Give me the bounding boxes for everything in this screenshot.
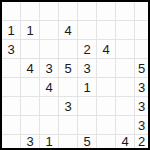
empty-cell-r5c7[interactable] (116, 78, 135, 97)
clue-cell-r4c3: 3 (40, 59, 59, 78)
empty-cell-r4c1[interactable] (2, 59, 21, 78)
empty-cell-r6c5[interactable] (78, 97, 97, 116)
empty-cell-r6c2[interactable] (21, 97, 40, 116)
clue-cell-r6c8: 3 (135, 97, 148, 116)
empty-cell-r1c3[interactable] (40, 2, 59, 21)
empty-cell-r3c2[interactable] (21, 40, 40, 59)
empty-cell-r3c4[interactable] (59, 40, 78, 59)
empty-cell-r6c6[interactable] (97, 97, 116, 116)
empty-cell-r1c8[interactable] (135, 2, 148, 21)
clue-cell-r4c5: 3 (78, 59, 97, 78)
empty-cell-r1c4[interactable] (59, 2, 78, 21)
clue-cell-r8c2: 3 (21, 135, 40, 148)
empty-cell-r4c6[interactable] (97, 59, 116, 78)
clue-cell-r2c1: 1 (2, 21, 21, 40)
clue-cell-r5c3: 4 (40, 78, 59, 97)
clue-cell-r3c6: 4 (97, 40, 116, 59)
clue-cell-r5c5: 1 (78, 78, 97, 97)
empty-cell-r1c7[interactable] (116, 2, 135, 21)
empty-cell-r2c7[interactable] (116, 21, 135, 40)
empty-cell-r1c6[interactable] (97, 2, 116, 21)
empty-cell-r6c1[interactable] (2, 97, 21, 116)
empty-cell-r7c5[interactable] (78, 116, 97, 135)
empty-cell-r7c3[interactable] (40, 116, 59, 135)
empty-cell-r6c7[interactable] (116, 97, 135, 116)
clue-cell-r2c2: 1 (21, 21, 40, 40)
empty-cell-r1c5[interactable] (78, 2, 97, 21)
empty-cell-r7c6[interactable] (97, 116, 116, 135)
clue-cell-r3c5: 2 (78, 40, 97, 59)
empty-cell-r4c7[interactable] (116, 59, 135, 78)
clue-cell-r2c4: 4 (59, 21, 78, 40)
clue-cell-r4c2: 4 (21, 59, 40, 78)
empty-cell-r7c7[interactable] (116, 116, 135, 135)
clue-cell-r6c4: 3 (59, 97, 78, 116)
empty-cell-r1c1[interactable] (2, 2, 21, 21)
empty-cell-r7c2[interactable] (21, 116, 40, 135)
empty-cell-r5c6[interactable] (97, 78, 116, 97)
clue-cell-r4c8: 5 (135, 59, 148, 78)
clue-cell-r8c5: 5 (78, 135, 97, 148)
clue-cell-r8c8: 2 (135, 135, 148, 148)
clue-cell-r5c8: 3 (135, 78, 148, 97)
empty-cell-r3c3[interactable] (40, 40, 59, 59)
empty-cell-r7c1[interactable] (2, 116, 21, 135)
clue-cell-r4c4: 5 (59, 59, 78, 78)
clue-cell-r8c7: 4 (116, 135, 135, 148)
empty-cell-r8c4[interactable] (59, 135, 78, 148)
empty-cell-r2c5[interactable] (78, 21, 97, 40)
empty-cell-r2c8[interactable] (135, 21, 148, 40)
empty-cell-r3c7[interactable] (116, 40, 135, 59)
empty-cell-r8c1[interactable] (2, 135, 21, 148)
clue-cell-r7c8: 3 (135, 116, 148, 135)
empty-cell-r8c6[interactable] (97, 135, 116, 148)
empty-cell-r5c2[interactable] (21, 78, 40, 97)
empty-cell-r2c3[interactable] (40, 21, 59, 40)
empty-cell-r7c4[interactable] (59, 116, 78, 135)
empty-cell-r5c4[interactable] (59, 78, 78, 97)
puzzle-board: 1143244353541333331542 (0, 0, 150, 150)
empty-cell-r3c8[interactable] (135, 40, 148, 59)
empty-cell-r2c6[interactable] (97, 21, 116, 40)
empty-cell-r6c3[interactable] (40, 97, 59, 116)
empty-cell-r1c2[interactable] (21, 2, 40, 21)
clue-cell-r8c3: 1 (40, 135, 59, 148)
clue-cell-r3c1: 3 (2, 40, 21, 59)
empty-cell-r5c1[interactable] (2, 78, 21, 97)
